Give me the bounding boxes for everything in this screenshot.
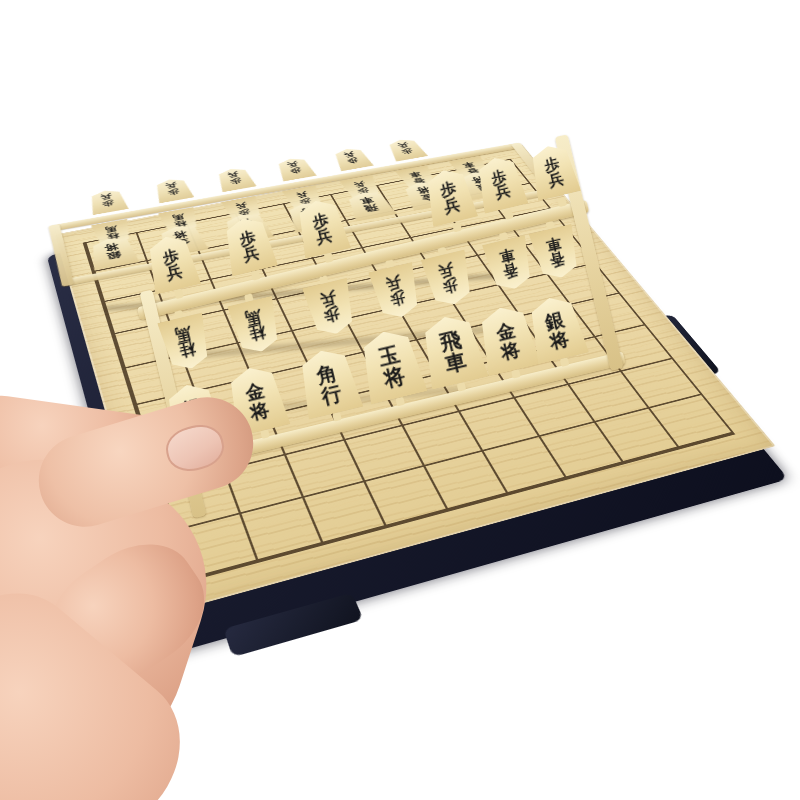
shogi-piece-pawn: 歩兵 <box>421 165 478 227</box>
shogi-piece-pawn: 歩兵 <box>143 231 201 294</box>
sprue-tab <box>324 253 334 264</box>
product-photo-shogi-set: 歩兵 歩兵 歩兵 歩兵 歩兵 歩兵 桂馬 桂馬 歩兵 歩兵 歩兵 香車 香車 銀… <box>0 0 800 800</box>
shogi-piece-lance: 香車 <box>482 235 536 294</box>
board-foot-left <box>224 593 364 658</box>
sprue-tab <box>452 222 462 233</box>
sprue-tab <box>504 209 514 220</box>
shogi-piece-pawn: 歩兵 <box>421 249 477 309</box>
sprue-tab <box>557 197 567 208</box>
shogi-piece-rook: 飛車 <box>416 310 488 390</box>
sprue-tab <box>251 270 261 281</box>
shogi-piece-pawn: 歩兵 <box>526 141 581 201</box>
shogi-piece-pawn: 歩兵 <box>293 195 351 258</box>
shogi-piece-pawn: 歩兵 <box>368 262 424 322</box>
shogi-piece-gold: 金将 <box>223 362 290 437</box>
shogi-piece-knight: 桂馬 <box>227 296 284 357</box>
shogi-piece-pawn: 歩兵 <box>473 153 529 214</box>
shogi-piece-pawn: 歩兵 <box>302 278 359 339</box>
shogi-piece-king: 玉将 <box>355 325 427 405</box>
sprue-tab <box>174 289 184 300</box>
shogi-piece-lance: 香車 <box>529 224 583 283</box>
shogi-piece-bishop: 角行 <box>294 344 363 419</box>
shogi-piece-pawn: 歩兵 <box>220 213 278 276</box>
